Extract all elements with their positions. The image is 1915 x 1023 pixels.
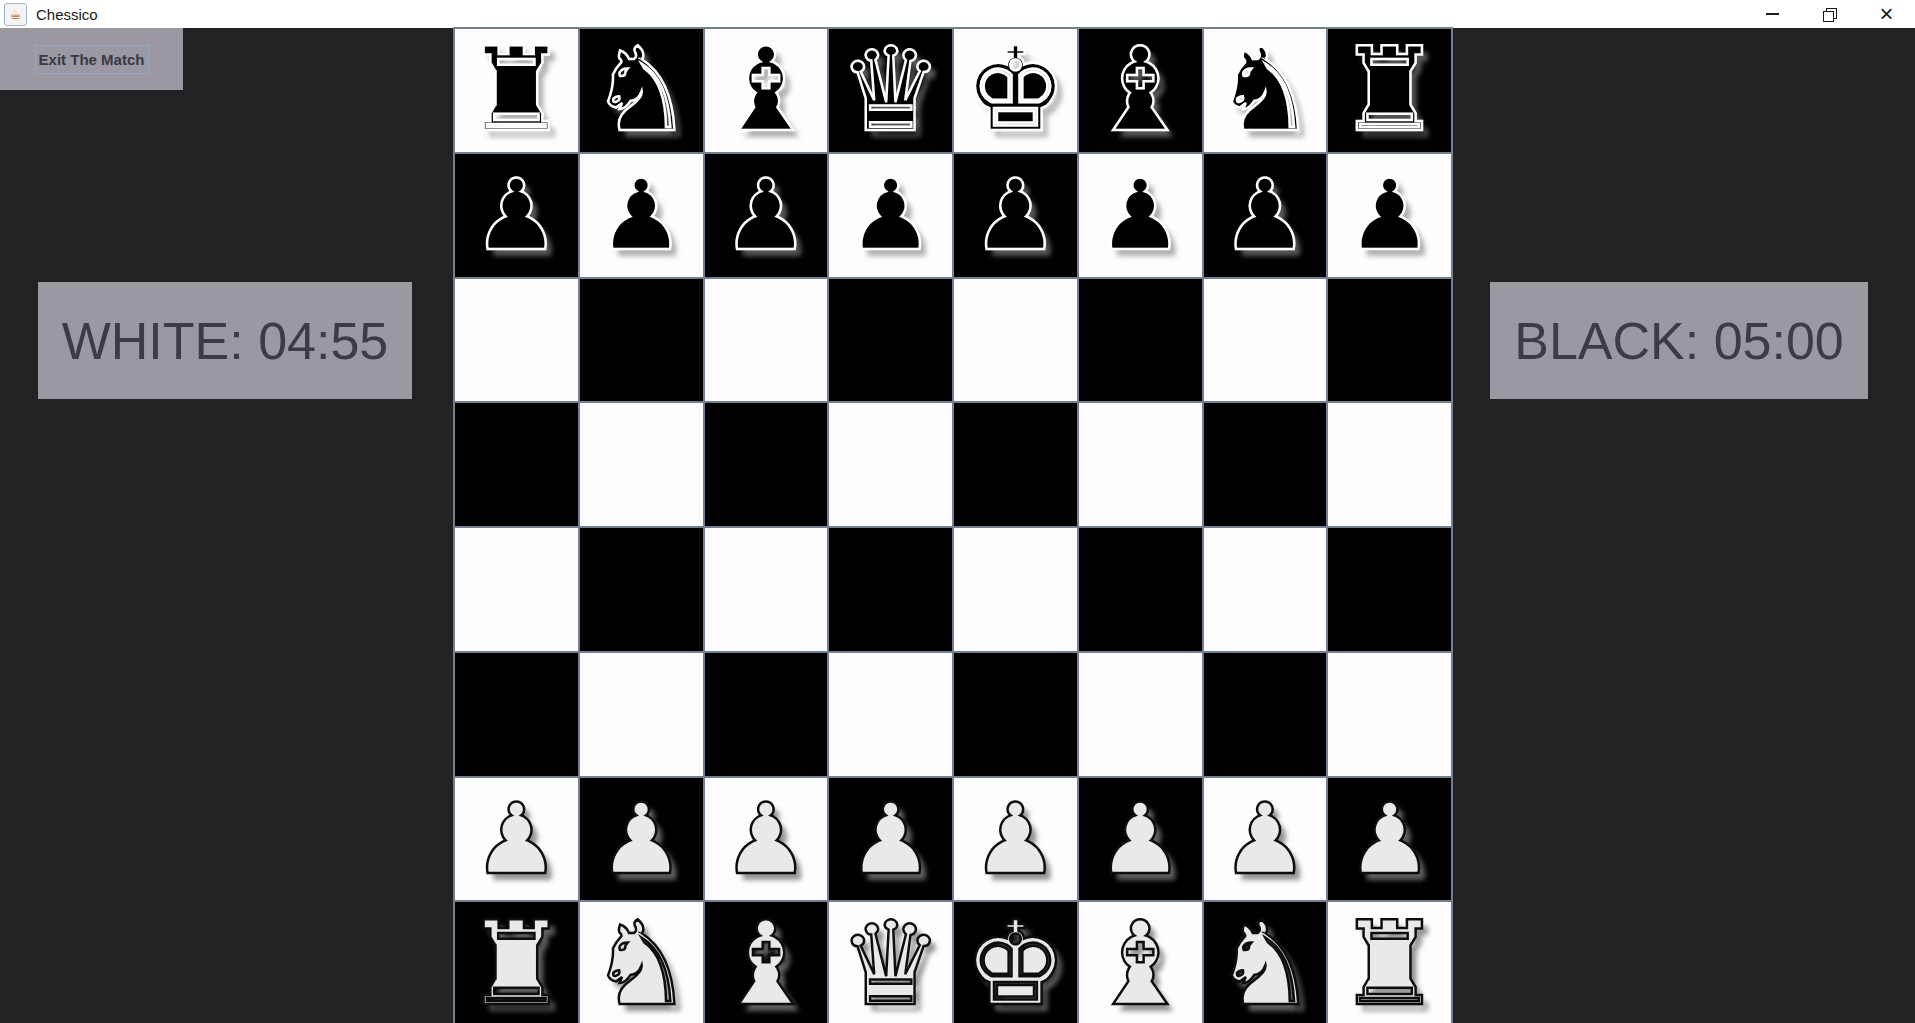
square-g3[interactable]	[1204, 653, 1327, 776]
black-pawn: ♟	[472, 166, 560, 264]
square-g1[interactable]: ♞	[1204, 902, 1327, 1023]
square-a6[interactable]	[455, 279, 578, 402]
square-b7[interactable]: ♟	[580, 154, 703, 277]
square-b8[interactable]: ♞	[580, 29, 703, 152]
square-e4[interactable]	[954, 528, 1077, 651]
square-g4[interactable]	[1204, 528, 1327, 651]
square-g2[interactable]: ♟	[1204, 778, 1327, 901]
minimize-icon	[1766, 13, 1779, 15]
chess-board: ♜♞♝♛♚♝♞♜♟♟♟♟♟♟♟♟♟♟♟♟♟♟♟♟♜♞♝♛♚♝♞♜	[453, 27, 1453, 1023]
white-king: ♚	[963, 906, 1067, 1022]
white-rook: ♜	[1338, 906, 1442, 1022]
black-knight: ♞	[1213, 32, 1317, 148]
square-a5[interactable]	[455, 403, 578, 526]
square-e6[interactable]	[954, 279, 1077, 402]
white-pawn: ♟	[722, 790, 810, 888]
restore-button[interactable]	[1801, 0, 1858, 28]
exit-match-button[interactable]: Exit The Match	[35, 45, 149, 74]
square-h2[interactable]: ♟	[1328, 778, 1451, 901]
white-clock: WHITE: 04:55	[38, 282, 412, 399]
white-bishop: ♝	[714, 906, 818, 1022]
square-h5[interactable]	[1328, 403, 1451, 526]
square-b3[interactable]	[580, 653, 703, 776]
close-button[interactable]: ×	[1858, 0, 1915, 28]
square-a8[interactable]: ♜	[455, 29, 578, 152]
square-e7[interactable]: ♟	[954, 154, 1077, 277]
square-b6[interactable]	[580, 279, 703, 402]
square-b1[interactable]: ♞	[580, 902, 703, 1023]
square-f6[interactable]	[1079, 279, 1202, 402]
square-e8[interactable]: ♚	[954, 29, 1077, 152]
square-d8[interactable]: ♛	[829, 29, 952, 152]
square-a1[interactable]: ♜	[455, 902, 578, 1023]
black-queen: ♛	[839, 32, 943, 148]
square-c4[interactable]	[705, 528, 828, 651]
square-d2[interactable]: ♟	[829, 778, 952, 901]
black-pawn: ♟	[597, 166, 685, 264]
square-c5[interactable]	[705, 403, 828, 526]
square-f3[interactable]	[1079, 653, 1202, 776]
black-pawn: ♟	[1096, 166, 1184, 264]
square-f2[interactable]: ♟	[1079, 778, 1202, 901]
white-pawn: ♟	[1096, 790, 1184, 888]
black-pawn: ♟	[722, 166, 810, 264]
black-rook: ♜	[464, 32, 568, 148]
restore-icon	[1823, 8, 1836, 21]
black-king: ♚	[963, 32, 1067, 148]
square-f1[interactable]: ♝	[1079, 902, 1202, 1023]
square-f4[interactable]	[1079, 528, 1202, 651]
close-icon: ×	[1879, 4, 1893, 24]
black-pawn: ♟	[847, 166, 935, 264]
square-c7[interactable]: ♟	[705, 154, 828, 277]
square-g8[interactable]: ♞	[1204, 29, 1327, 152]
square-c2[interactable]: ♟	[705, 778, 828, 901]
square-a3[interactable]	[455, 653, 578, 776]
white-pawn: ♟	[472, 790, 560, 888]
square-e3[interactable]	[954, 653, 1077, 776]
square-d4[interactable]	[829, 528, 952, 651]
square-c3[interactable]	[705, 653, 828, 776]
square-c1[interactable]: ♝	[705, 902, 828, 1023]
square-a2[interactable]: ♟	[455, 778, 578, 901]
black-bishop: ♝	[714, 32, 818, 148]
square-e1[interactable]: ♚	[954, 902, 1077, 1023]
square-c8[interactable]: ♝	[705, 29, 828, 152]
white-pawn: ♟	[1221, 790, 1309, 888]
white-pawn: ♟	[847, 790, 935, 888]
square-d7[interactable]: ♟	[829, 154, 952, 277]
black-pawn: ♟	[971, 166, 1059, 264]
square-d6[interactable]	[829, 279, 952, 402]
square-b4[interactable]	[580, 528, 703, 651]
black-knight: ♞	[589, 32, 693, 148]
square-h7[interactable]: ♟	[1328, 154, 1451, 277]
square-a7[interactable]: ♟	[455, 154, 578, 277]
square-e2[interactable]: ♟	[954, 778, 1077, 901]
square-d1[interactable]: ♛	[829, 902, 952, 1023]
black-pawn: ♟	[1346, 166, 1434, 264]
square-h3[interactable]	[1328, 653, 1451, 776]
black-bishop: ♝	[1088, 32, 1192, 148]
white-queen: ♛	[839, 906, 943, 1022]
square-h6[interactable]	[1328, 279, 1451, 402]
black-pawn: ♟	[1221, 166, 1309, 264]
window-title: Chessico	[36, 6, 98, 23]
title-bar: ☕ Chessico ×	[0, 0, 1915, 28]
square-a4[interactable]	[455, 528, 578, 651]
window-controls: ×	[1744, 0, 1915, 28]
chessico-app-window: { "window": { "title": "Chessico", "icon…	[0, 0, 1915, 1023]
square-g6[interactable]	[1204, 279, 1327, 402]
square-g5[interactable]	[1204, 403, 1327, 526]
square-f7[interactable]: ♟	[1079, 154, 1202, 277]
square-c6[interactable]	[705, 279, 828, 402]
white-pawn: ♟	[971, 790, 1059, 888]
white-rook: ♜	[464, 906, 568, 1022]
black-rook: ♜	[1338, 32, 1442, 148]
java-coffee-icon: ☕	[4, 3, 27, 26]
exit-panel: Exit The Match	[0, 28, 183, 90]
white-knight: ♞	[1213, 906, 1317, 1022]
square-f5[interactable]	[1079, 403, 1202, 526]
square-d5[interactable]	[829, 403, 952, 526]
square-d3[interactable]	[829, 653, 952, 776]
square-h8[interactable]: ♜	[1328, 29, 1451, 152]
square-b2[interactable]: ♟	[580, 778, 703, 901]
black-clock: BLACK: 05:00	[1490, 282, 1868, 399]
square-b5[interactable]	[580, 403, 703, 526]
square-e5[interactable]	[954, 403, 1077, 526]
square-h1[interactable]: ♜	[1328, 902, 1451, 1023]
white-bishop: ♝	[1088, 906, 1192, 1022]
white-knight: ♞	[589, 906, 693, 1022]
square-f8[interactable]: ♝	[1079, 29, 1202, 152]
white-pawn: ♟	[1346, 790, 1434, 888]
square-h4[interactable]	[1328, 528, 1451, 651]
white-pawn: ♟	[597, 790, 685, 888]
square-g7[interactable]: ♟	[1204, 154, 1327, 277]
minimize-button[interactable]	[1744, 0, 1801, 28]
